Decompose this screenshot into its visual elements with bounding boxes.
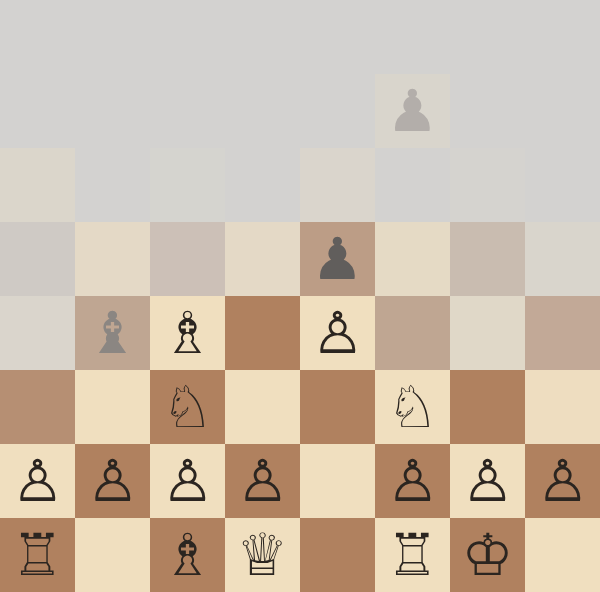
fog-overlay	[150, 74, 225, 148]
piece-white-king[interactable]: ♔	[462, 518, 514, 592]
piece-white-knight[interactable]: ♘	[387, 370, 439, 444]
square-d8[interactable]	[225, 0, 300, 74]
square-a8[interactable]	[0, 0, 75, 74]
square-f1[interactable]: ♖	[375, 518, 450, 592]
square-h2[interactable]: ♙	[525, 444, 600, 518]
fog-overlay	[150, 148, 225, 222]
square-f5[interactable]	[375, 222, 450, 296]
fog-overlay	[375, 148, 450, 222]
fog-overlay	[450, 74, 525, 148]
fog-overlay	[450, 148, 525, 222]
square-c2[interactable]: ♙	[150, 444, 225, 518]
piece-white-pawn[interactable]: ♙	[312, 296, 364, 370]
square-h6[interactable]	[525, 148, 600, 222]
fog-overlay	[450, 222, 525, 296]
piece-white-queen[interactable]: ♕	[237, 518, 289, 592]
fog-overlay	[225, 148, 300, 222]
piece-white-pawn[interactable]: ♙	[12, 444, 64, 518]
square-a4[interactable]	[0, 296, 75, 370]
square-f3[interactable]: ♘	[375, 370, 450, 444]
fog-overlay	[75, 222, 150, 296]
square-h1[interactable]	[525, 518, 600, 592]
piece-white-rook[interactable]: ♖	[12, 518, 64, 592]
fog-overlay	[0, 148, 75, 222]
square-f4[interactable]	[375, 296, 450, 370]
square-b4[interactable]: ♝	[75, 296, 150, 370]
square-h4[interactable]	[525, 296, 600, 370]
fog-overlay	[525, 0, 600, 74]
fog-overlay	[75, 74, 150, 148]
square-e5[interactable]: ♟	[300, 222, 375, 296]
fog-overlay	[375, 222, 450, 296]
square-c4[interactable]: ♗	[150, 296, 225, 370]
square-c3[interactable]: ♘	[150, 370, 225, 444]
piece-black-bishop[interactable]: ♝	[87, 296, 139, 370]
square-g7[interactable]	[450, 74, 525, 148]
square-c7[interactable]	[150, 74, 225, 148]
fog-overlay	[525, 296, 600, 370]
fog-overlay	[450, 296, 525, 370]
square-d7[interactable]	[225, 74, 300, 148]
square-c5[interactable]	[150, 222, 225, 296]
square-e3[interactable]	[300, 370, 375, 444]
square-h7[interactable]	[525, 74, 600, 148]
square-a7[interactable]	[0, 74, 75, 148]
square-h8[interactable]	[525, 0, 600, 74]
square-e1[interactable]	[300, 518, 375, 592]
square-a3[interactable]	[0, 370, 75, 444]
fog-overlay	[150, 0, 225, 74]
fog-overlay	[0, 74, 75, 148]
piece-white-pawn[interactable]: ♙	[387, 444, 439, 518]
square-h3[interactable]	[525, 370, 600, 444]
square-e8[interactable]	[300, 0, 375, 74]
square-c8[interactable]	[150, 0, 225, 74]
piece-white-pawn[interactable]: ♙	[237, 444, 289, 518]
fog-overlay	[375, 0, 450, 74]
square-b7[interactable]	[75, 74, 150, 148]
square-f2[interactable]: ♙	[375, 444, 450, 518]
piece-black-pawn[interactable]: ♟	[312, 222, 364, 296]
square-a2[interactable]: ♙	[0, 444, 75, 518]
square-b3[interactable]	[75, 370, 150, 444]
fog-overlay	[375, 296, 450, 370]
square-g8[interactable]	[450, 0, 525, 74]
fog-overlay	[225, 74, 300, 148]
fog-overlay	[75, 0, 150, 74]
piece-white-pawn[interactable]: ♙	[537, 444, 589, 518]
square-d1[interactable]: ♕	[225, 518, 300, 592]
square-c1[interactable]: ♗	[150, 518, 225, 592]
chess-board: ♟♟♝♗♙♘♘♙♙♙♙♙♙♙♖♗♕♖♔	[0, 0, 600, 592]
fog-overlay	[0, 296, 75, 370]
square-b5[interactable]	[75, 222, 150, 296]
fog-overlay	[525, 148, 600, 222]
fog-overlay	[525, 222, 600, 296]
square-d3[interactable]	[225, 370, 300, 444]
square-b6[interactable]	[75, 148, 150, 222]
fog-overlay	[225, 0, 300, 74]
square-g4[interactable]	[450, 296, 525, 370]
square-f6[interactable]	[375, 148, 450, 222]
fog-overlay	[75, 148, 150, 222]
square-e2[interactable]	[300, 444, 375, 518]
square-c6[interactable]	[150, 148, 225, 222]
square-f7[interactable]: ♟	[375, 74, 450, 148]
square-d4[interactable]	[225, 296, 300, 370]
square-f8[interactable]	[375, 0, 450, 74]
fog-overlay	[150, 222, 225, 296]
square-h5[interactable]	[525, 222, 600, 296]
piece-white-pawn[interactable]: ♙	[162, 444, 214, 518]
square-d5[interactable]	[225, 222, 300, 296]
square-b2[interactable]: ♙	[75, 444, 150, 518]
square-g6[interactable]	[450, 148, 525, 222]
piece-white-rook[interactable]: ♖	[387, 518, 439, 592]
piece-black-pawn[interactable]: ♟	[387, 74, 439, 148]
fog-overlay	[300, 148, 375, 222]
square-d6[interactable]	[225, 148, 300, 222]
fog-overlay	[0, 222, 75, 296]
fog-overlay	[450, 0, 525, 74]
square-e4[interactable]: ♙	[300, 296, 375, 370]
fog-overlay	[525, 370, 600, 444]
fog-overlay	[0, 0, 75, 74]
square-b8[interactable]	[75, 0, 150, 74]
square-g3[interactable]	[450, 370, 525, 444]
square-a5[interactable]	[0, 222, 75, 296]
fog-overlay	[300, 74, 375, 148]
fog-overlay	[300, 0, 375, 74]
square-g2[interactable]: ♙	[450, 444, 525, 518]
square-g1[interactable]: ♔	[450, 518, 525, 592]
square-b1[interactable]	[75, 518, 150, 592]
piece-white-pawn[interactable]: ♙	[87, 444, 139, 518]
piece-white-bishop[interactable]: ♗	[162, 296, 214, 370]
fog-overlay	[525, 74, 600, 148]
square-e7[interactable]	[300, 74, 375, 148]
piece-white-knight[interactable]: ♘	[162, 370, 214, 444]
square-g5[interactable]	[450, 222, 525, 296]
piece-white-bishop[interactable]: ♗	[162, 518, 214, 592]
square-a6[interactable]	[0, 148, 75, 222]
square-a1[interactable]: ♖	[0, 518, 75, 592]
square-d2[interactable]: ♙	[225, 444, 300, 518]
fog-overlay	[0, 370, 75, 444]
piece-white-pawn[interactable]: ♙	[462, 444, 514, 518]
fog-overlay	[225, 222, 300, 296]
square-e6[interactable]	[300, 148, 375, 222]
